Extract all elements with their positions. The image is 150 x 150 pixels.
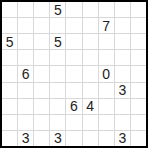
cell-r4c1-clue: 6 — [18, 66, 33, 81]
cell-r7c8[interactable] — [131, 115, 146, 130]
cell-r7c7[interactable] — [115, 115, 130, 130]
cell-r5c0[interactable] — [2, 83, 17, 98]
cell-r1c3[interactable] — [50, 18, 65, 33]
cell-r8c0[interactable] — [2, 131, 17, 146]
cell-r5c1[interactable] — [18, 83, 33, 98]
cell-r2c6[interactable] — [99, 34, 114, 49]
cell-r6c1[interactable] — [18, 99, 33, 114]
cell-r3c3[interactable] — [50, 50, 65, 65]
cell-r0c0[interactable] — [2, 2, 17, 17]
cell-r3c2[interactable] — [34, 50, 49, 65]
cell-r5c4[interactable] — [66, 83, 81, 98]
cell-r0c6[interactable] — [99, 2, 114, 17]
cell-r1c2[interactable] — [34, 18, 49, 33]
cell-r8c2[interactable] — [34, 131, 49, 146]
cell-r5c6[interactable] — [99, 83, 114, 98]
cell-r6c5-clue: 4 — [83, 99, 98, 114]
cell-r0c7[interactable] — [115, 2, 130, 17]
cell-r4c4[interactable] — [66, 66, 81, 81]
cell-r6c8[interactable] — [131, 99, 146, 114]
cell-r3c7[interactable] — [115, 50, 130, 65]
cell-r2c3-clue: 5 — [50, 34, 65, 49]
cell-r8c7-clue: 3 — [115, 131, 130, 146]
cell-r2c5[interactable] — [83, 34, 98, 49]
cell-r3c8[interactable] — [131, 50, 146, 65]
cell-r2c0-clue: 5 — [2, 34, 17, 49]
cell-r3c6[interactable] — [99, 50, 114, 65]
cell-r4c0[interactable] — [2, 66, 17, 81]
cell-r0c4[interactable] — [66, 2, 81, 17]
cell-r0c1[interactable] — [18, 2, 33, 17]
cell-r8c6[interactable] — [99, 131, 114, 146]
cell-r6c4-clue: 6 — [66, 99, 81, 114]
cell-r7c3[interactable] — [50, 115, 65, 130]
cell-r7c4[interactable] — [66, 115, 81, 130]
cell-r8c3-clue: 3 — [50, 131, 65, 146]
cell-r3c0[interactable] — [2, 50, 17, 65]
cell-r8c1-clue: 3 — [18, 131, 33, 146]
cell-r0c3-clue: 5 — [50, 2, 65, 17]
cell-r1c0[interactable] — [2, 18, 17, 33]
cell-r1c8[interactable] — [131, 18, 146, 33]
cell-r2c1[interactable] — [18, 34, 33, 49]
cell-r0c2[interactable] — [34, 2, 49, 17]
cell-r5c2[interactable] — [34, 83, 49, 98]
cell-r1c4[interactable] — [66, 18, 81, 33]
cell-r4c3[interactable] — [50, 66, 65, 81]
cell-r4c8[interactable] — [131, 66, 146, 81]
puzzle-board: 575560364333 — [0, 0, 148, 148]
cell-r2c8[interactable] — [131, 34, 146, 49]
cell-r3c5[interactable] — [83, 50, 98, 65]
cell-r4c6-clue: 0 — [99, 66, 114, 81]
cell-r8c4[interactable] — [66, 131, 81, 146]
cell-r5c5[interactable] — [83, 83, 98, 98]
cell-r0c5[interactable] — [83, 2, 98, 17]
cell-r5c3[interactable] — [50, 83, 65, 98]
cell-r2c7[interactable] — [115, 34, 130, 49]
cell-r7c2[interactable] — [34, 115, 49, 130]
cell-r8c5[interactable] — [83, 131, 98, 146]
cell-r2c4[interactable] — [66, 34, 81, 49]
cell-r7c1[interactable] — [18, 115, 33, 130]
cell-r6c0[interactable] — [2, 99, 17, 114]
cell-r8c8[interactable] — [131, 131, 146, 146]
cell-r3c1[interactable] — [18, 50, 33, 65]
cell-r1c1[interactable] — [18, 18, 33, 33]
cell-r2c2[interactable] — [34, 34, 49, 49]
cell-r3c4[interactable] — [66, 50, 81, 65]
cell-r5c8[interactable] — [131, 83, 146, 98]
cell-r1c7[interactable] — [115, 18, 130, 33]
cell-r7c0[interactable] — [2, 115, 17, 130]
cell-r0c8[interactable] — [131, 2, 146, 17]
cell-r1c5[interactable] — [83, 18, 98, 33]
cell-r1c6-clue: 7 — [99, 18, 114, 33]
cell-r4c7[interactable] — [115, 66, 130, 81]
cell-r7c5[interactable] — [83, 115, 98, 130]
cell-r6c2[interactable] — [34, 99, 49, 114]
cell-r7c6[interactable] — [99, 115, 114, 130]
cell-r6c3[interactable] — [50, 99, 65, 114]
cell-r4c2[interactable] — [34, 66, 49, 81]
cell-r5c7-clue: 3 — [115, 83, 130, 98]
cell-r4c5[interactable] — [83, 66, 98, 81]
cell-r6c7[interactable] — [115, 99, 130, 114]
cell-r6c6[interactable] — [99, 99, 114, 114]
